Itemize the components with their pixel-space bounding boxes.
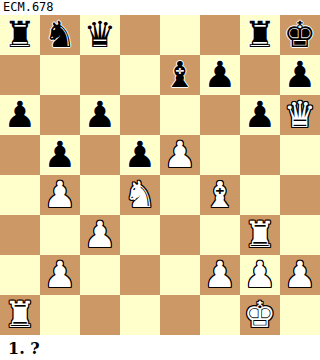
black-queen-piece: ♛ <box>84 15 116 55</box>
square-c2[interactable] <box>80 255 120 295</box>
square-e1[interactable] <box>160 295 200 335</box>
square-a8[interactable]: ♜ <box>0 15 40 55</box>
square-g5[interactable] <box>240 135 280 175</box>
square-g1[interactable]: ♚ <box>240 295 280 335</box>
square-b7[interactable] <box>40 55 80 95</box>
white-pawn-piece: ♟ <box>284 255 316 295</box>
square-e3[interactable] <box>160 215 200 255</box>
square-f5[interactable] <box>200 135 240 175</box>
square-f2[interactable]: ♟ <box>200 255 240 295</box>
square-e5[interactable]: ♟ <box>160 135 200 175</box>
white-pawn-piece: ♟ <box>204 255 236 295</box>
square-b8[interactable]: ♞ <box>40 15 80 55</box>
white-queen-piece: ♛ <box>284 95 316 135</box>
white-bishop-piece: ♝ <box>204 175 236 215</box>
square-h3[interactable] <box>280 215 320 255</box>
square-d8[interactable] <box>120 15 160 55</box>
black-bishop-piece: ♝ <box>164 55 196 95</box>
chess-board: ♜♞♛♜♚♝♟♟♟♟♟♛♟♟♟♟♞♝♟♜♟♟♟♟♜♚ <box>0 15 320 335</box>
square-a4[interactable] <box>0 175 40 215</box>
square-d7[interactable] <box>120 55 160 95</box>
white-pawn-piece: ♟ <box>244 255 276 295</box>
chess-diagram-window: ECM.678 ♜♞♛♜♚♝♟♟♟♟♟♛♟♟♟♟♞♝♟♜♟♟♟♟♜♚ 1. ? <box>0 0 320 360</box>
black-pawn-piece: ♟ <box>244 95 276 135</box>
diagram-title: ECM.678 <box>0 0 320 15</box>
black-king-piece: ♚ <box>284 15 316 55</box>
black-knight-piece: ♞ <box>44 15 76 55</box>
square-c8[interactable]: ♛ <box>80 15 120 55</box>
white-knight-piece: ♞ <box>124 175 156 215</box>
square-b4[interactable]: ♟ <box>40 175 80 215</box>
black-pawn-piece: ♟ <box>124 135 156 175</box>
square-c1[interactable] <box>80 295 120 335</box>
black-rook-piece: ♜ <box>244 15 276 55</box>
square-f1[interactable] <box>200 295 240 335</box>
black-pawn-piece: ♟ <box>44 135 76 175</box>
white-rook-piece: ♜ <box>4 295 36 335</box>
square-d5[interactable]: ♟ <box>120 135 160 175</box>
square-g3[interactable]: ♜ <box>240 215 280 255</box>
black-pawn-piece: ♟ <box>204 55 236 95</box>
square-h2[interactable]: ♟ <box>280 255 320 295</box>
square-a2[interactable] <box>0 255 40 295</box>
square-g7[interactable] <box>240 55 280 95</box>
square-g4[interactable] <box>240 175 280 215</box>
square-a1[interactable]: ♜ <box>0 295 40 335</box>
black-pawn-piece: ♟ <box>4 95 36 135</box>
square-b2[interactable]: ♟ <box>40 255 80 295</box>
square-h4[interactable] <box>280 175 320 215</box>
square-a5[interactable] <box>0 135 40 175</box>
square-a7[interactable] <box>0 55 40 95</box>
square-c4[interactable] <box>80 175 120 215</box>
square-c7[interactable] <box>80 55 120 95</box>
square-b5[interactable]: ♟ <box>40 135 80 175</box>
square-h7[interactable]: ♟ <box>280 55 320 95</box>
square-g2[interactable]: ♟ <box>240 255 280 295</box>
square-c6[interactable]: ♟ <box>80 95 120 135</box>
square-g8[interactable]: ♜ <box>240 15 280 55</box>
square-a3[interactable] <box>0 215 40 255</box>
white-pawn-piece: ♟ <box>164 135 196 175</box>
square-c3[interactable]: ♟ <box>80 215 120 255</box>
square-f6[interactable] <box>200 95 240 135</box>
square-b3[interactable] <box>40 215 80 255</box>
square-h1[interactable] <box>280 295 320 335</box>
square-d3[interactable] <box>120 215 160 255</box>
white-pawn-piece: ♟ <box>44 255 76 295</box>
square-h5[interactable] <box>280 135 320 175</box>
square-e8[interactable] <box>160 15 200 55</box>
black-rook-piece: ♜ <box>4 15 36 55</box>
black-pawn-piece: ♟ <box>84 95 116 135</box>
white-king-piece: ♚ <box>244 295 276 335</box>
square-h6[interactable]: ♛ <box>280 95 320 135</box>
square-a6[interactable]: ♟ <box>0 95 40 135</box>
black-pawn-piece: ♟ <box>284 55 316 95</box>
square-e4[interactable] <box>160 175 200 215</box>
square-h8[interactable]: ♚ <box>280 15 320 55</box>
square-d4[interactable]: ♞ <box>120 175 160 215</box>
move-prompt: 1. ? <box>0 335 320 360</box>
square-b1[interactable] <box>40 295 80 335</box>
square-g6[interactable]: ♟ <box>240 95 280 135</box>
square-e2[interactable] <box>160 255 200 295</box>
white-rook-piece: ♜ <box>244 215 276 255</box>
square-f4[interactable]: ♝ <box>200 175 240 215</box>
square-c5[interactable] <box>80 135 120 175</box>
square-f3[interactable] <box>200 215 240 255</box>
square-e6[interactable] <box>160 95 200 135</box>
square-f8[interactable] <box>200 15 240 55</box>
white-pawn-piece: ♟ <box>84 215 116 255</box>
square-d1[interactable] <box>120 295 160 335</box>
square-d6[interactable] <box>120 95 160 135</box>
square-d2[interactable] <box>120 255 160 295</box>
white-pawn-piece: ♟ <box>44 175 76 215</box>
square-e7[interactable]: ♝ <box>160 55 200 95</box>
square-f7[interactable]: ♟ <box>200 55 240 95</box>
square-b6[interactable] <box>40 95 80 135</box>
